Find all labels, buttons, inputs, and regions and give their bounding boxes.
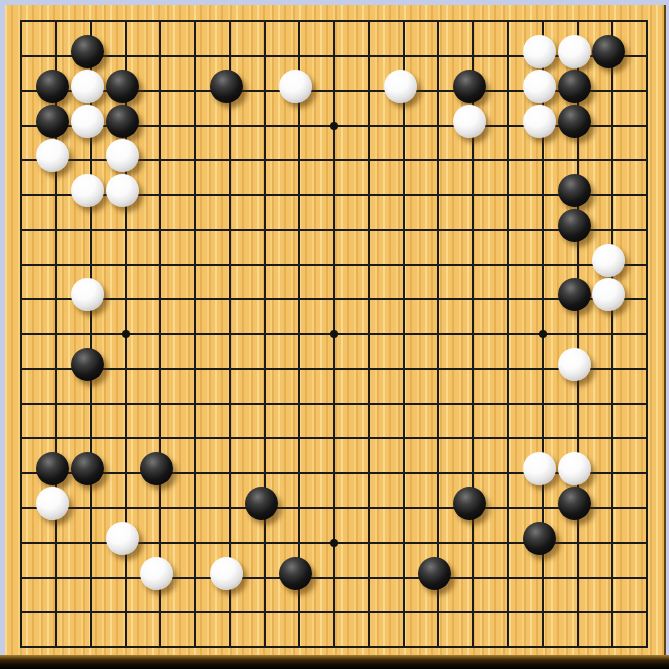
star-point	[330, 122, 338, 130]
white-stone	[71, 278, 104, 311]
black-stone	[418, 557, 451, 590]
black-stone	[453, 487, 486, 520]
grid-line-horizontal	[20, 437, 648, 439]
black-stone	[210, 70, 243, 103]
white-stone	[71, 174, 104, 207]
black-stone	[558, 278, 591, 311]
grid-line-horizontal	[20, 577, 648, 579]
white-stone	[71, 105, 104, 138]
black-stone	[558, 174, 591, 207]
black-stone	[140, 452, 173, 485]
star-point	[330, 539, 338, 547]
white-stone	[558, 452, 591, 485]
white-stone	[71, 70, 104, 103]
grid-line-horizontal	[20, 611, 648, 613]
white-stone	[36, 139, 69, 172]
white-stone	[453, 105, 486, 138]
white-stone	[106, 174, 139, 207]
white-stone	[106, 139, 139, 172]
star-point	[122, 330, 130, 338]
white-stone	[558, 348, 591, 381]
grid-line-vertical	[646, 20, 648, 648]
grid-line-vertical	[437, 20, 439, 648]
grid-line-vertical	[368, 20, 370, 648]
white-stone	[210, 557, 243, 590]
black-stone	[245, 487, 278, 520]
board-right-edge	[664, 5, 666, 655]
white-stone	[523, 452, 556, 485]
white-stone	[523, 105, 556, 138]
white-stone	[592, 244, 625, 277]
black-stone	[453, 70, 486, 103]
black-stone	[71, 348, 104, 381]
black-stone	[36, 452, 69, 485]
white-stone	[592, 278, 625, 311]
white-stone	[523, 35, 556, 68]
black-stone	[71, 452, 104, 485]
grid-line-vertical	[403, 20, 405, 648]
white-stone	[558, 35, 591, 68]
black-stone	[279, 557, 312, 590]
black-stone	[558, 70, 591, 103]
black-stone	[523, 522, 556, 555]
black-stone	[106, 70, 139, 103]
black-stone	[558, 105, 591, 138]
grid-line-horizontal	[20, 403, 648, 405]
white-stone	[523, 70, 556, 103]
white-stone	[279, 70, 312, 103]
black-stone	[106, 105, 139, 138]
black-stone	[71, 35, 104, 68]
white-stone	[140, 557, 173, 590]
black-stone	[592, 35, 625, 68]
black-stone	[36, 70, 69, 103]
black-stone	[558, 209, 591, 242]
grid-line-horizontal	[20, 368, 648, 370]
black-stone	[36, 105, 69, 138]
board-bottom-edge	[0, 655, 669, 669]
go-board-screenshot	[0, 0, 669, 669]
black-stone	[558, 487, 591, 520]
white-stone	[106, 522, 139, 555]
grid-line-vertical	[507, 20, 509, 648]
white-stone	[384, 70, 417, 103]
grid-line-horizontal	[20, 646, 648, 648]
white-stone	[36, 487, 69, 520]
star-point	[330, 330, 338, 338]
grid-line-horizontal	[20, 507, 648, 509]
star-point	[539, 330, 547, 338]
grid-line-vertical	[611, 20, 613, 648]
